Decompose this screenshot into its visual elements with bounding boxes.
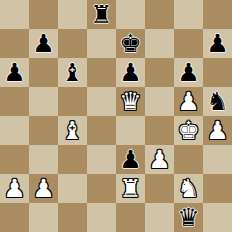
piece-black-knight[interactable]: ♞ bbox=[206, 87, 228, 116]
square-a2[interactable]: ♟ bbox=[0, 174, 29, 203]
square-e6[interactable]: ♟ bbox=[116, 58, 145, 87]
piece-white-pawn[interactable]: ♟ bbox=[3, 174, 25, 203]
square-d6[interactable] bbox=[87, 58, 116, 87]
square-g7[interactable] bbox=[174, 29, 203, 58]
square-f8[interactable] bbox=[145, 0, 174, 29]
piece-black-pawn[interactable]: ♟ bbox=[206, 29, 228, 58]
square-a6[interactable]: ♟ bbox=[0, 58, 29, 87]
square-a5[interactable] bbox=[0, 87, 29, 116]
square-b3[interactable] bbox=[29, 145, 58, 174]
piece-white-queen[interactable]: ♛ bbox=[119, 87, 141, 116]
square-a8[interactable] bbox=[0, 0, 29, 29]
piece-white-knight[interactable]: ♞ bbox=[177, 174, 199, 203]
chess-board: ♜♟♚♟♟♝♟♟♛♟♞♝♚♟♟♟♟♟♜♞♛ bbox=[0, 0, 232, 232]
square-g1[interactable]: ♛ bbox=[174, 203, 203, 232]
square-h3[interactable] bbox=[203, 145, 232, 174]
square-c7[interactable] bbox=[58, 29, 87, 58]
square-h7[interactable]: ♟ bbox=[203, 29, 232, 58]
square-d5[interactable] bbox=[87, 87, 116, 116]
square-g3[interactable] bbox=[174, 145, 203, 174]
square-c5[interactable] bbox=[58, 87, 87, 116]
square-f2[interactable] bbox=[145, 174, 174, 203]
square-e8[interactable] bbox=[116, 0, 145, 29]
piece-black-pawn[interactable]: ♟ bbox=[3, 58, 25, 87]
square-b2[interactable]: ♟ bbox=[29, 174, 58, 203]
square-c4[interactable]: ♝ bbox=[58, 116, 87, 145]
square-b5[interactable] bbox=[29, 87, 58, 116]
square-b1[interactable] bbox=[29, 203, 58, 232]
piece-white-pawn[interactable]: ♟ bbox=[32, 174, 54, 203]
square-e5[interactable]: ♛ bbox=[116, 87, 145, 116]
square-e3[interactable]: ♟ bbox=[116, 145, 145, 174]
square-f7[interactable] bbox=[145, 29, 174, 58]
square-h4[interactable]: ♟ bbox=[203, 116, 232, 145]
square-d2[interactable] bbox=[87, 174, 116, 203]
square-a1[interactable] bbox=[0, 203, 29, 232]
square-d1[interactable] bbox=[87, 203, 116, 232]
square-g4[interactable]: ♚ bbox=[174, 116, 203, 145]
square-g8[interactable] bbox=[174, 0, 203, 29]
square-e2[interactable]: ♜ bbox=[116, 174, 145, 203]
square-h2[interactable] bbox=[203, 174, 232, 203]
square-f3[interactable]: ♟ bbox=[145, 145, 174, 174]
square-c8[interactable] bbox=[58, 0, 87, 29]
square-h8[interactable] bbox=[203, 0, 232, 29]
square-f5[interactable] bbox=[145, 87, 174, 116]
square-g6[interactable]: ♟ bbox=[174, 58, 203, 87]
square-a3[interactable] bbox=[0, 145, 29, 174]
square-e7[interactable]: ♚ bbox=[116, 29, 145, 58]
piece-white-pawn[interactable]: ♟ bbox=[177, 87, 199, 116]
square-f6[interactable] bbox=[145, 58, 174, 87]
piece-black-pawn[interactable]: ♟ bbox=[32, 29, 54, 58]
piece-black-pawn[interactable]: ♟ bbox=[119, 145, 141, 174]
piece-black-king[interactable]: ♚ bbox=[119, 29, 141, 58]
square-b8[interactable] bbox=[29, 0, 58, 29]
square-h5[interactable]: ♞ bbox=[203, 87, 232, 116]
piece-black-queen[interactable]: ♛ bbox=[177, 203, 199, 232]
piece-black-bishop[interactable]: ♝ bbox=[61, 58, 83, 87]
square-c1[interactable] bbox=[58, 203, 87, 232]
square-d4[interactable] bbox=[87, 116, 116, 145]
square-h6[interactable] bbox=[203, 58, 232, 87]
square-c3[interactable] bbox=[58, 145, 87, 174]
square-e1[interactable] bbox=[116, 203, 145, 232]
square-f4[interactable] bbox=[145, 116, 174, 145]
square-b6[interactable] bbox=[29, 58, 58, 87]
square-h1[interactable] bbox=[203, 203, 232, 232]
piece-black-pawn[interactable]: ♟ bbox=[119, 58, 141, 87]
square-b4[interactable] bbox=[29, 116, 58, 145]
square-g5[interactable]: ♟ bbox=[174, 87, 203, 116]
square-c6[interactable]: ♝ bbox=[58, 58, 87, 87]
square-e4[interactable] bbox=[116, 116, 145, 145]
piece-black-pawn[interactable]: ♟ bbox=[177, 58, 199, 87]
piece-white-rook[interactable]: ♜ bbox=[119, 174, 141, 203]
piece-white-king[interactable]: ♚ bbox=[177, 116, 199, 145]
square-b7[interactable]: ♟ bbox=[29, 29, 58, 58]
square-d8[interactable]: ♜ bbox=[87, 0, 116, 29]
square-d7[interactable] bbox=[87, 29, 116, 58]
piece-white-bishop[interactable]: ♝ bbox=[61, 116, 83, 145]
square-a7[interactable] bbox=[0, 29, 29, 58]
square-f1[interactable] bbox=[145, 203, 174, 232]
piece-white-pawn[interactable]: ♟ bbox=[206, 116, 228, 145]
square-a4[interactable] bbox=[0, 116, 29, 145]
square-g2[interactable]: ♞ bbox=[174, 174, 203, 203]
piece-white-pawn[interactable]: ♟ bbox=[148, 145, 170, 174]
square-c2[interactable] bbox=[58, 174, 87, 203]
square-d3[interactable] bbox=[87, 145, 116, 174]
piece-black-rook[interactable]: ♜ bbox=[90, 0, 112, 29]
